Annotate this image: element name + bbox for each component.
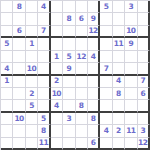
given-cell-r8c3[interactable]: 2 (26, 88, 38, 100)
cell-r11c5[interactable] (51, 125, 63, 137)
cell-r6c7[interactable] (76, 63, 88, 75)
cell-r10c10[interactable] (113, 113, 125, 125)
given-cell-r2c6[interactable]: 8 (63, 13, 75, 25)
given-cell-r5c5[interactable]: 1 (51, 51, 63, 63)
cell-r11c2[interactable] (13, 125, 25, 137)
given-cell-r3c2[interactable]: 6 (13, 26, 25, 38)
cell-r12c1[interactable] (1, 138, 13, 150)
cell-r11c8[interactable] (88, 125, 100, 137)
cell-r7c9[interactable] (100, 76, 112, 88)
cell-r12c6[interactable] (63, 138, 75, 150)
given-cell-r11c12[interactable]: 3 (138, 125, 150, 137)
cell-r7c11[interactable] (125, 76, 137, 88)
given-cell-r6c9[interactable]: 7 (100, 63, 112, 75)
cell-r4c7[interactable] (76, 38, 88, 50)
given-cell-r12c12[interactable]: 12 (138, 138, 150, 150)
given-cell-r4c10[interactable]: 11 (113, 38, 125, 50)
cell-r5c2[interactable] (13, 51, 25, 63)
cell-r3c5[interactable] (51, 26, 63, 38)
cell-r7c8[interactable] (88, 76, 100, 88)
given-cell-r4c3[interactable]: 1 (26, 38, 38, 50)
given-cell-r2c7[interactable]: 6 (76, 13, 88, 25)
given-cell-r9c7[interactable]: 8 (76, 100, 88, 112)
cell-r4c9[interactable] (100, 38, 112, 50)
cell-r8c4[interactable] (38, 88, 50, 100)
cell-r9c6[interactable] (63, 100, 75, 112)
cell-r6c11[interactable] (125, 63, 137, 75)
cell-r2c12[interactable] (138, 13, 150, 25)
given-cell-r10c8[interactable]: 8 (88, 113, 100, 125)
cell-r8c9[interactable] (100, 88, 112, 100)
cell-r4c8[interactable] (88, 38, 100, 50)
given-cell-r7c10[interactable]: 4 (113, 76, 125, 88)
given-cell-r4c11[interactable]: 9 (125, 38, 137, 50)
cell-r4c6[interactable] (63, 38, 75, 50)
cell-r9c11[interactable] (125, 100, 137, 112)
cell-r3c3[interactable] (26, 26, 38, 38)
cell-r7c3[interactable] (26, 76, 38, 88)
given-cell-r10c6[interactable]: 3 (63, 113, 75, 125)
cell-r9c1[interactable] (1, 100, 13, 112)
given-cell-r5c6[interactable]: 5 (63, 51, 75, 63)
given-cell-r11c9[interactable]: 4 (100, 125, 112, 137)
cell-r9c2[interactable] (13, 100, 25, 112)
cell-r3c10[interactable] (113, 26, 125, 38)
given-cell-r9c3[interactable]: 5 (26, 100, 38, 112)
given-cell-r6c3[interactable]: 10 (26, 63, 38, 75)
cell-r7c2[interactable] (13, 76, 25, 88)
given-cell-r7c5[interactable]: 2 (51, 76, 63, 88)
cell-r1c12[interactable] (138, 1, 150, 13)
cell-r3c7[interactable] (76, 26, 88, 38)
given-cell-r1c11[interactable]: 3 (125, 1, 137, 13)
cell-r1c7[interactable] (76, 1, 88, 13)
cell-r12c10[interactable] (113, 138, 125, 150)
cell-r2c2[interactable] (13, 13, 25, 25)
cell-r6c4[interactable] (38, 63, 50, 75)
cell-r5c12[interactable] (138, 51, 150, 63)
cell-r4c12[interactable] (138, 38, 150, 50)
cell-r5c11[interactable] (125, 51, 137, 63)
given-cell-r11c10[interactable]: 2 (113, 125, 125, 137)
cell-r2c1[interactable] (1, 13, 13, 25)
cell-r10c12[interactable] (138, 113, 150, 125)
cell-r8c2[interactable] (13, 88, 25, 100)
given-cell-r12c8[interactable]: 6 (88, 138, 100, 150)
cell-r5c10[interactable] (113, 51, 125, 63)
cell-r3c9[interactable] (100, 26, 112, 38)
given-cell-r8c10[interactable]: 8 (113, 88, 125, 100)
cell-r12c5[interactable] (51, 138, 63, 150)
cell-r5c9[interactable] (100, 51, 112, 63)
cell-r7c7[interactable] (76, 76, 88, 88)
cell-r5c3[interactable] (26, 51, 38, 63)
cell-r9c4[interactable] (38, 100, 50, 112)
cell-r2c4[interactable] (38, 13, 50, 25)
cell-r5c1[interactable] (1, 51, 13, 63)
given-cell-r11c4[interactable]: 8 (38, 125, 50, 137)
cell-r2c3[interactable] (26, 13, 38, 25)
given-cell-r7c1[interactable]: 1 (1, 76, 13, 88)
cell-r8c11[interactable] (125, 88, 137, 100)
given-cell-r3c11[interactable]: 10 (125, 26, 137, 38)
given-cell-r8c5[interactable]: 10 (51, 88, 63, 100)
given-cell-r12c4[interactable]: 11 (38, 138, 50, 150)
cell-r6c5[interactable] (51, 63, 63, 75)
given-cell-r5c8[interactable]: 4 (88, 51, 100, 63)
cell-r1c10[interactable] (113, 1, 125, 13)
given-cell-r8c12[interactable]: 6 (138, 88, 150, 100)
given-cell-r2c8[interactable]: 9 (88, 13, 100, 25)
given-cell-r3c8[interactable]: 12 (88, 26, 100, 38)
cell-r9c12[interactable] (138, 100, 150, 112)
cell-r4c2[interactable] (13, 38, 25, 50)
cell-r8c1[interactable] (1, 88, 13, 100)
cell-r2c9[interactable] (100, 13, 112, 25)
sudoku-board: 8453869671210511191512441097124721086548… (0, 0, 150, 150)
cell-r12c11[interactable] (125, 138, 137, 150)
cell-r3c12[interactable] (138, 26, 150, 38)
cell-r6c10[interactable] (113, 63, 125, 75)
given-cell-r6c6[interactable]: 9 (63, 63, 75, 75)
cell-r4c4[interactable] (38, 38, 50, 50)
cell-r10c7[interactable] (76, 113, 88, 125)
cell-r12c2[interactable] (13, 138, 25, 150)
cell-r10c5[interactable] (51, 113, 63, 125)
given-cell-r4c1[interactable]: 5 (1, 38, 13, 50)
cell-r2c11[interactable] (125, 13, 137, 25)
cell-r5c4[interactable] (38, 51, 50, 63)
given-cell-r9c5[interactable]: 4 (51, 100, 63, 112)
cell-r2c5[interactable] (51, 13, 63, 25)
cell-r6c12[interactable] (138, 63, 150, 75)
cell-r1c3[interactable] (26, 1, 38, 13)
cell-r9c8[interactable] (88, 100, 100, 112)
given-cell-r10c2[interactable]: 10 (13, 113, 25, 125)
given-cell-r5c7[interactable]: 12 (76, 51, 88, 63)
cell-r9c9[interactable] (100, 100, 112, 112)
cell-r10c3[interactable] (26, 113, 38, 125)
given-cell-r1c2[interactable]: 8 (13, 1, 25, 13)
given-cell-r6c1[interactable]: 4 (1, 63, 13, 75)
cell-r3c6[interactable] (63, 26, 75, 38)
cell-r10c1[interactable] (1, 113, 13, 125)
given-cell-r1c9[interactable]: 5 (100, 1, 112, 13)
given-cell-r11c11[interactable]: 11 (125, 125, 137, 137)
cell-r3c1[interactable] (1, 26, 13, 38)
cell-r8c8[interactable] (88, 88, 100, 100)
cell-r6c2[interactable] (13, 63, 25, 75)
cell-r1c8[interactable] (88, 1, 100, 13)
cell-r11c6[interactable] (63, 125, 75, 137)
cell-r7c6[interactable] (63, 76, 75, 88)
given-cell-r3c4[interactable]: 7 (38, 26, 50, 38)
cell-r10c9[interactable] (100, 113, 112, 125)
cell-r6c8[interactable] (88, 63, 100, 75)
cell-r1c5[interactable] (51, 1, 63, 13)
given-cell-r1c4[interactable]: 4 (38, 1, 50, 13)
cell-r9c10[interactable] (113, 100, 125, 112)
cell-r11c3[interactable] (26, 125, 38, 137)
cell-r1c1[interactable] (1, 1, 13, 13)
cell-r10c11[interactable] (125, 113, 137, 125)
given-cell-r10c4[interactable]: 5 (38, 113, 50, 125)
cell-r1c6[interactable] (63, 1, 75, 13)
cell-r12c7[interactable] (76, 138, 88, 150)
given-cell-r7c12[interactable]: 7 (138, 76, 150, 88)
cell-r11c7[interactable] (76, 125, 88, 137)
cell-r8c6[interactable] (63, 88, 75, 100)
cell-r11c1[interactable] (1, 125, 13, 137)
cell-r7c4[interactable] (38, 76, 50, 88)
cell-r4c5[interactable] (51, 38, 63, 50)
cell-r12c9[interactable] (100, 138, 112, 150)
cell-r2c10[interactable] (113, 13, 125, 25)
cell-r8c7[interactable] (76, 88, 88, 100)
cell-r12c3[interactable] (26, 138, 38, 150)
